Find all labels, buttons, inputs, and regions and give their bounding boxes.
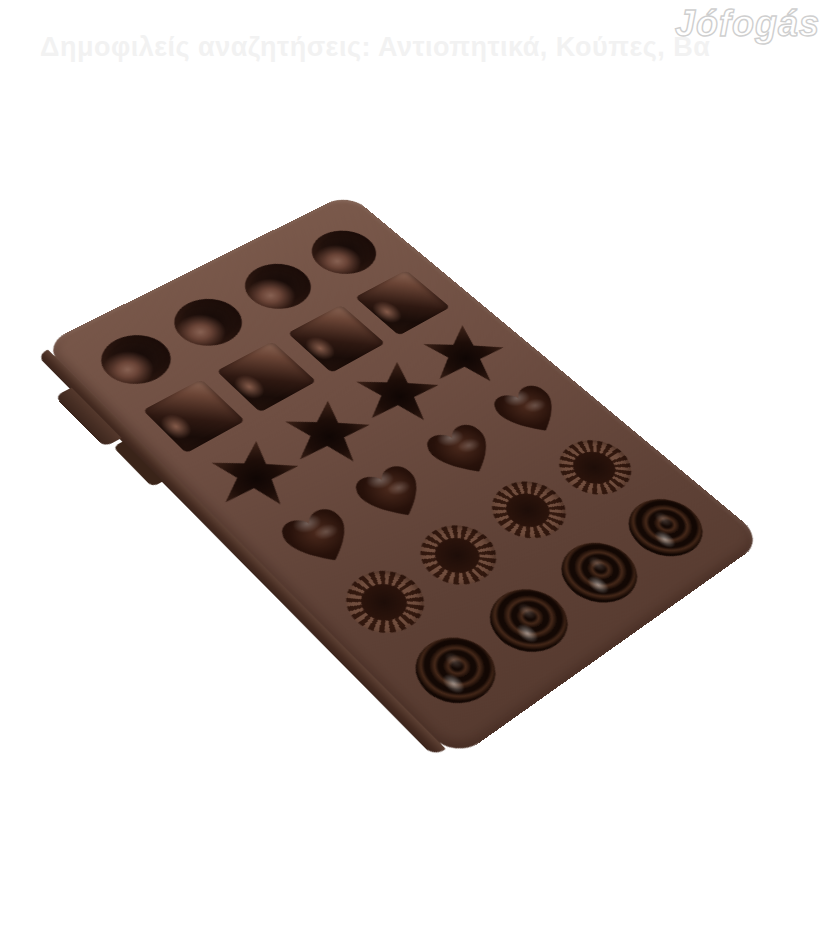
mold-board [42,193,765,760]
product-photo: Δημοφιλείς αναζητήσεις: Αντιοπητικά, Κού… [0,0,828,928]
jofogas-logo-watermark: Jófogás [675,3,820,45]
cavity-star [206,440,300,511]
